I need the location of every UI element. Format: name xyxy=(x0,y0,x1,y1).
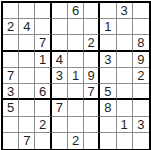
cell-r5c9[interactable]: 2 xyxy=(133,68,149,84)
cell-r2c2[interactable]: 4 xyxy=(19,19,35,35)
cell-r3c9[interactable]: 8 xyxy=(133,35,149,51)
cell-r9c4[interactable] xyxy=(52,133,68,149)
cell-r1c9[interactable] xyxy=(133,3,149,19)
cell-r3c2[interactable] xyxy=(19,35,35,51)
cell-r2c4[interactable] xyxy=(52,19,68,35)
cell-r5c6[interactable]: 9 xyxy=(84,68,100,84)
cell-r4c4[interactable]: 4 xyxy=(52,52,68,68)
cell-r8c1[interactable] xyxy=(3,117,19,133)
cell-r4c6[interactable] xyxy=(84,52,100,68)
cell-r1c1[interactable] xyxy=(3,3,19,19)
cell-r8c2[interactable] xyxy=(19,117,35,133)
cell-r7c5[interactable] xyxy=(68,100,84,116)
cell-r9c1[interactable] xyxy=(3,133,19,149)
cell-r8c4[interactable] xyxy=(52,117,68,133)
cell-r2c9[interactable] xyxy=(133,19,149,35)
cell-r3c6[interactable]: 2 xyxy=(84,35,100,51)
cell-r2c5[interactable] xyxy=(68,19,84,35)
cell-r2c1[interactable]: 2 xyxy=(3,19,19,35)
cell-r7c6[interactable] xyxy=(84,100,100,116)
cell-r7c1[interactable]: 5 xyxy=(3,100,19,116)
cell-r9c5[interactable]: 2 xyxy=(68,133,84,149)
cell-r7c3[interactable] xyxy=(35,100,51,116)
cell-r8c7[interactable] xyxy=(100,117,116,133)
cell-r4c2[interactable] xyxy=(19,52,35,68)
cell-r5c1[interactable]: 7 xyxy=(3,68,19,84)
cell-r4c5[interactable] xyxy=(68,52,84,68)
cell-r7c4[interactable]: 7 xyxy=(52,100,68,116)
cell-r5c2[interactable] xyxy=(19,68,35,84)
cell-r6c4[interactable] xyxy=(52,84,68,100)
cell-r1c7[interactable] xyxy=(100,3,116,19)
cell-r8c8[interactable]: 1 xyxy=(117,117,133,133)
cell-r9c9[interactable] xyxy=(133,133,149,149)
cell-r5c7[interactable] xyxy=(100,68,116,84)
sudoku-board: 63241728143973192367557821372 xyxy=(1,1,151,150)
cell-r6c5[interactable] xyxy=(68,84,84,100)
cell-r9c3[interactable] xyxy=(35,133,51,149)
cell-r5c3[interactable] xyxy=(35,68,51,84)
cell-r1c5[interactable]: 6 xyxy=(68,3,84,19)
cell-r9c7[interactable] xyxy=(100,133,116,149)
cell-r7c2[interactable] xyxy=(19,100,35,116)
cell-r1c8[interactable]: 3 xyxy=(117,3,133,19)
cell-r6c1[interactable]: 3 xyxy=(3,84,19,100)
cell-r2c7[interactable]: 1 xyxy=(100,19,116,35)
cell-r6c7[interactable]: 5 xyxy=(100,84,116,100)
cell-r6c2[interactable] xyxy=(19,84,35,100)
cell-r4c7[interactable]: 3 xyxy=(100,52,116,68)
cell-r9c8[interactable] xyxy=(117,133,133,149)
cell-r7c8[interactable] xyxy=(117,100,133,116)
cell-r8c6[interactable] xyxy=(84,117,100,133)
cell-r1c3[interactable] xyxy=(35,3,51,19)
cell-r9c2[interactable]: 7 xyxy=(19,133,35,149)
cell-r3c7[interactable] xyxy=(100,35,116,51)
sudoku-page: 63241728143973192367557821372 xyxy=(0,0,150,150)
cell-r5c8[interactable] xyxy=(117,68,133,84)
cell-r7c7[interactable]: 8 xyxy=(100,100,116,116)
cell-r5c4[interactable]: 3 xyxy=(52,68,68,84)
cell-r4c1[interactable] xyxy=(3,52,19,68)
cell-r3c3[interactable]: 7 xyxy=(35,35,51,51)
cell-r2c6[interactable] xyxy=(84,19,100,35)
cell-r4c3[interactable]: 1 xyxy=(35,52,51,68)
cell-r3c4[interactable] xyxy=(52,35,68,51)
cell-r7c9[interactable] xyxy=(133,100,149,116)
cell-r1c4[interactable] xyxy=(52,3,68,19)
cell-r6c8[interactable] xyxy=(117,84,133,100)
cell-r5c5[interactable]: 1 xyxy=(68,68,84,84)
cell-r8c3[interactable]: 2 xyxy=(35,117,51,133)
cell-r1c6[interactable] xyxy=(84,3,100,19)
cell-r2c8[interactable] xyxy=(117,19,133,35)
cell-r6c3[interactable]: 6 xyxy=(35,84,51,100)
cell-r3c1[interactable] xyxy=(3,35,19,51)
cell-r2c3[interactable] xyxy=(35,19,51,35)
cell-r1c2[interactable] xyxy=(19,3,35,19)
cell-r3c5[interactable] xyxy=(68,35,84,51)
cell-r9c6[interactable] xyxy=(84,133,100,149)
cell-r8c5[interactable] xyxy=(68,117,84,133)
cell-r6c6[interactable]: 7 xyxy=(84,84,100,100)
cell-r8c9[interactable]: 3 xyxy=(133,117,149,133)
cell-r4c8[interactable] xyxy=(117,52,133,68)
cell-r6c9[interactable] xyxy=(133,84,149,100)
cell-r3c8[interactable] xyxy=(117,35,133,51)
cell-r4c9[interactable]: 9 xyxy=(133,52,149,68)
